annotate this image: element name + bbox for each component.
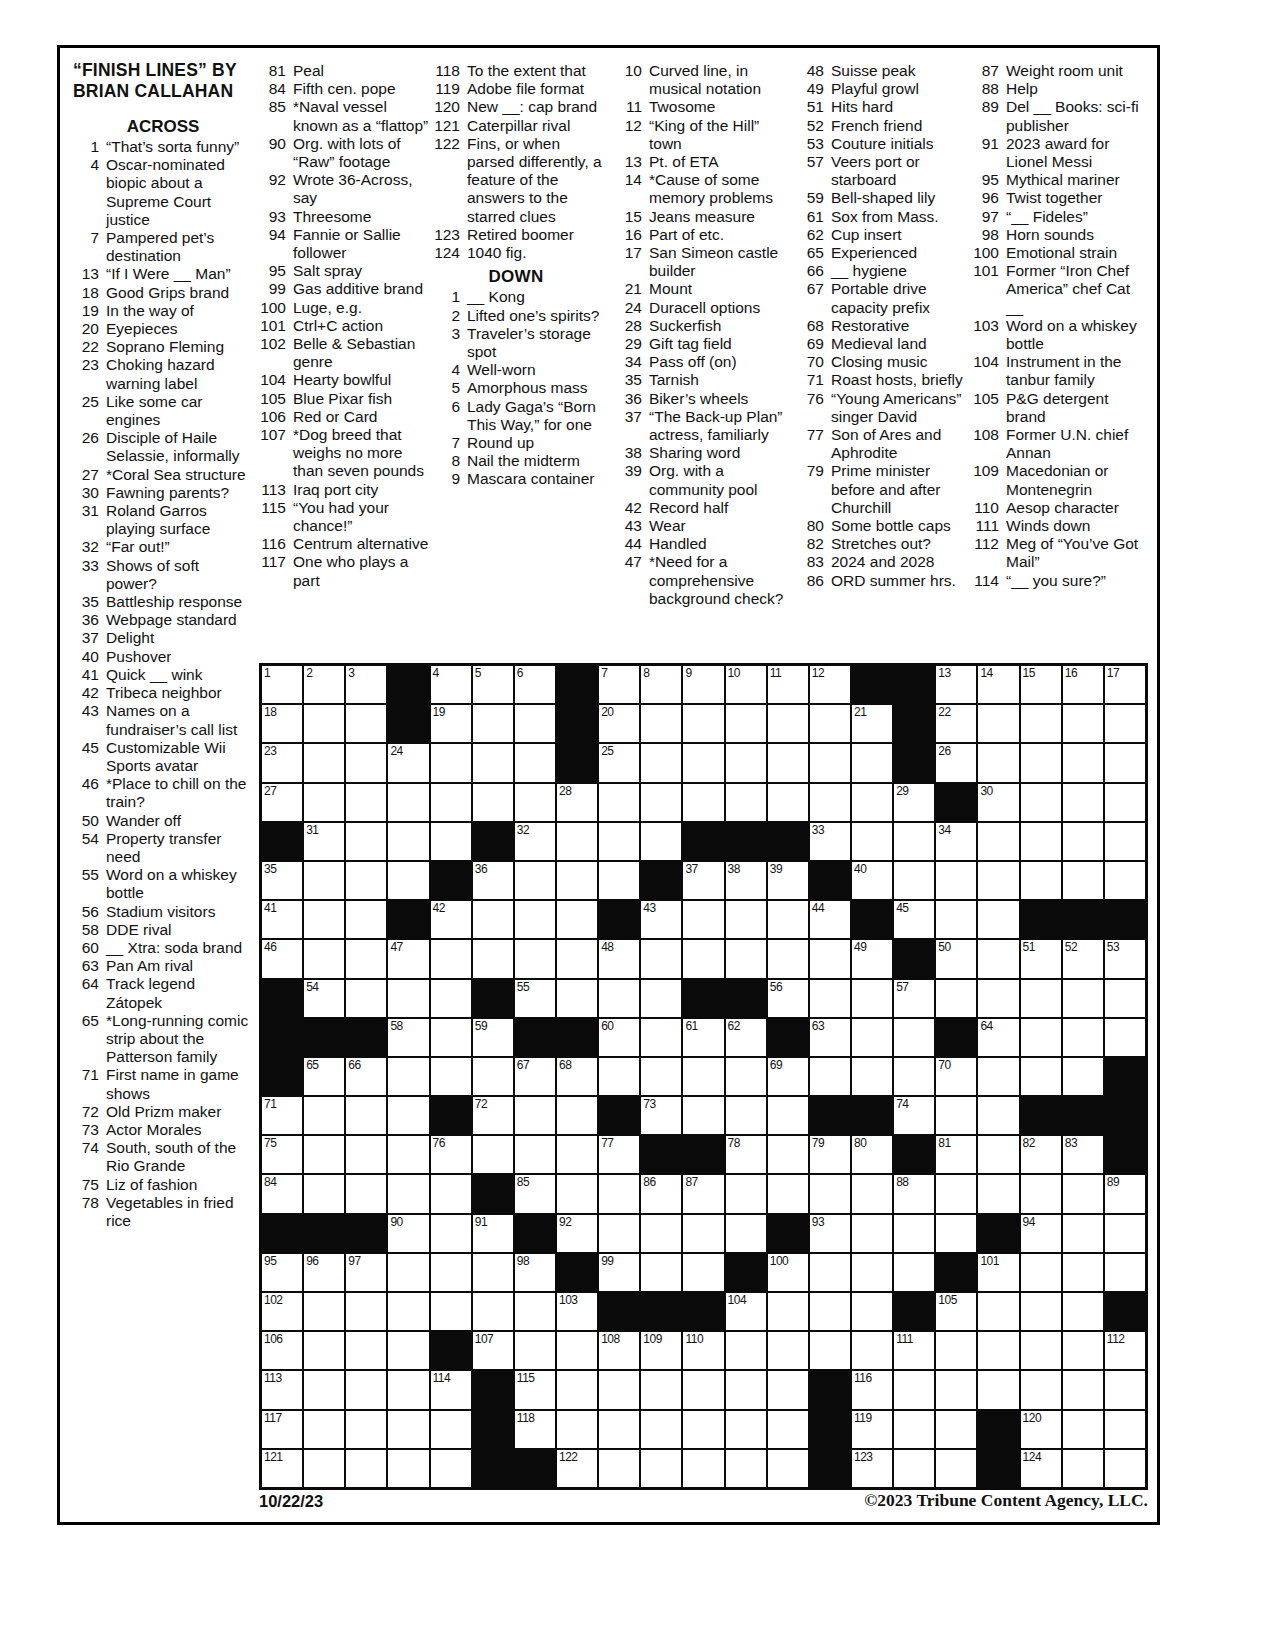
cell-r12c17[interactable] <box>936 1097 976 1134</box>
cell-r12c3[interactable] <box>346 1097 386 1134</box>
cell-r20c21[interactable] <box>1105 1411 1145 1448</box>
cell-r3c10[interactable] <box>641 744 681 781</box>
cell-r2c10[interactable] <box>641 705 681 742</box>
cell-r4c6[interactable] <box>473 784 513 821</box>
cell-r18c10[interactable]: 109 <box>641 1332 681 1369</box>
cell-r1c9[interactable]: 7 <box>599 666 639 703</box>
cell-r16c6[interactable] <box>473 1254 513 1291</box>
cell-r1c10[interactable]: 8 <box>641 666 681 703</box>
cell-r15c14[interactable]: 93 <box>810 1215 850 1252</box>
cell-r1c19[interactable]: 15 <box>1021 666 1061 703</box>
cell-r14c15[interactable] <box>852 1175 892 1212</box>
cell-r20c3[interactable] <box>346 1411 386 1448</box>
cell-r3c20[interactable] <box>1063 744 1103 781</box>
cell-r4c19[interactable] <box>1021 784 1061 821</box>
cell-r7c17[interactable] <box>936 901 976 938</box>
cell-r2c14[interactable] <box>810 705 850 742</box>
cell-r13c17[interactable]: 81 <box>936 1136 976 1173</box>
cell-r21c3[interactable] <box>346 1450 386 1487</box>
cell-r8c6[interactable] <box>473 940 513 977</box>
cell-r18c12[interactable] <box>726 1332 766 1369</box>
cell-r17c3[interactable] <box>346 1293 386 1330</box>
cell-r13c9[interactable]: 77 <box>599 1136 639 1173</box>
cell-r6c17[interactable] <box>936 862 976 899</box>
cell-r19c5[interactable]: 114 <box>431 1371 471 1408</box>
cell-r21c16[interactable] <box>894 1450 934 1487</box>
cell-r14c21[interactable]: 89 <box>1105 1175 1145 1212</box>
cell-r13c4[interactable] <box>388 1136 428 1173</box>
cell-r11c4[interactable] <box>388 1058 428 1095</box>
cell-r20c2[interactable] <box>304 1411 344 1448</box>
cell-r3c7[interactable] <box>515 744 555 781</box>
cell-r16c4[interactable] <box>388 1254 428 1291</box>
cell-r11c14[interactable] <box>810 1058 850 1095</box>
cell-r19c20[interactable] <box>1063 1371 1103 1408</box>
cell-r8c21[interactable]: 53 <box>1105 940 1145 977</box>
cell-r8c18[interactable] <box>978 940 1018 977</box>
cell-r18c14[interactable] <box>810 1332 850 1369</box>
cell-r14c17[interactable] <box>936 1175 976 1212</box>
cell-r14c12[interactable] <box>726 1175 766 1212</box>
cell-r16c5[interactable] <box>431 1254 471 1291</box>
cell-r16c9[interactable]: 99 <box>599 1254 639 1291</box>
cell-r10c21[interactable] <box>1105 1019 1145 1056</box>
cell-r20c11[interactable] <box>683 1411 723 1448</box>
cell-r18c21[interactable]: 112 <box>1105 1332 1145 1369</box>
cell-r20c16[interactable] <box>894 1411 934 1448</box>
cell-r11c13[interactable]: 69 <box>768 1058 808 1095</box>
cell-r8c2[interactable] <box>304 940 344 977</box>
cell-r8c4[interactable]: 47 <box>388 940 428 977</box>
cell-r11c8[interactable]: 68 <box>557 1058 597 1095</box>
cell-r5c15[interactable] <box>852 823 892 860</box>
cell-r2c17[interactable]: 22 <box>936 705 976 742</box>
cell-r15c21[interactable] <box>1105 1215 1145 1252</box>
cell-r15c5[interactable] <box>431 1215 471 1252</box>
cell-r9c3[interactable] <box>346 980 386 1017</box>
cell-r13c20[interactable]: 83 <box>1063 1136 1103 1173</box>
cell-r20c17[interactable] <box>936 1411 976 1448</box>
cell-r6c16[interactable] <box>894 862 934 899</box>
cell-r18c6[interactable]: 107 <box>473 1332 513 1369</box>
cell-r9c2[interactable]: 54 <box>304 980 344 1017</box>
cell-r15c20[interactable] <box>1063 1215 1103 1252</box>
cell-r16c10[interactable] <box>641 1254 681 1291</box>
cell-r7c7[interactable] <box>515 901 555 938</box>
cell-r19c15[interactable]: 116 <box>852 1371 892 1408</box>
cell-r11c15[interactable] <box>852 1058 892 1095</box>
cell-r9c18[interactable] <box>978 980 1018 1017</box>
cell-r18c17[interactable] <box>936 1332 976 1369</box>
cell-r20c7[interactable]: 118 <box>515 1411 555 1448</box>
cell-r5c20[interactable] <box>1063 823 1103 860</box>
cell-r4c8[interactable]: 28 <box>557 784 597 821</box>
cell-r13c6[interactable] <box>473 1136 513 1173</box>
cell-r2c13[interactable] <box>768 705 808 742</box>
cell-r1c11[interactable]: 9 <box>683 666 723 703</box>
cell-r5c19[interactable] <box>1021 823 1061 860</box>
crossword-grid[interactable]: 1234567891011121314151617181920212223242… <box>259 663 1148 1490</box>
cell-r18c2[interactable] <box>304 1332 344 1369</box>
cell-r3c19[interactable] <box>1021 744 1061 781</box>
cell-r14c3[interactable] <box>346 1175 386 1212</box>
cell-r4c4[interactable] <box>388 784 428 821</box>
cell-r9c5[interactable] <box>431 980 471 1017</box>
cell-r10c20[interactable] <box>1063 1019 1103 1056</box>
cell-r12c1[interactable]: 71 <box>262 1097 302 1134</box>
cell-r17c14[interactable] <box>810 1293 850 1330</box>
cell-r4c7[interactable] <box>515 784 555 821</box>
cell-r18c18[interactable] <box>978 1332 1018 1369</box>
cell-r16c18[interactable]: 101 <box>978 1254 1018 1291</box>
cell-r5c21[interactable] <box>1105 823 1145 860</box>
cell-r16c15[interactable] <box>852 1254 892 1291</box>
cell-r1c1[interactable]: 1 <box>262 666 302 703</box>
cell-r14c2[interactable] <box>304 1175 344 1212</box>
cell-r17c19[interactable] <box>1021 1293 1061 1330</box>
cell-r16c16[interactable] <box>894 1254 934 1291</box>
cell-r12c18[interactable] <box>978 1097 1018 1134</box>
cell-r13c15[interactable]: 80 <box>852 1136 892 1173</box>
cell-r20c9[interactable] <box>599 1411 639 1448</box>
cell-r12c16[interactable]: 74 <box>894 1097 934 1134</box>
cell-r7c1[interactable]: 41 <box>262 901 302 938</box>
cell-r7c11[interactable] <box>683 901 723 938</box>
cell-r11c19[interactable] <box>1021 1058 1061 1095</box>
cell-r5c17[interactable]: 34 <box>936 823 976 860</box>
cell-r14c4[interactable] <box>388 1175 428 1212</box>
cell-r7c16[interactable]: 45 <box>894 901 934 938</box>
cell-r3c12[interactable] <box>726 744 766 781</box>
cell-r20c19[interactable]: 120 <box>1021 1411 1061 1448</box>
cell-r11c20[interactable] <box>1063 1058 1103 1095</box>
cell-r19c7[interactable]: 115 <box>515 1371 555 1408</box>
cell-r7c12[interactable] <box>726 901 766 938</box>
cell-r6c3[interactable] <box>346 862 386 899</box>
cell-r2c11[interactable] <box>683 705 723 742</box>
cell-r6c12[interactable]: 38 <box>726 862 766 899</box>
cell-r13c3[interactable] <box>346 1136 386 1173</box>
cell-r17c8[interactable]: 103 <box>557 1293 597 1330</box>
cell-r9c19[interactable] <box>1021 980 1061 1017</box>
cell-r17c20[interactable] <box>1063 1293 1103 1330</box>
cell-r18c4[interactable] <box>388 1332 428 1369</box>
cell-r1c6[interactable]: 5 <box>473 666 513 703</box>
cell-r4c9[interactable] <box>599 784 639 821</box>
cell-r18c3[interactable] <box>346 1332 386 1369</box>
cell-r9c14[interactable] <box>810 980 850 1017</box>
cell-r10c18[interactable]: 64 <box>978 1019 1018 1056</box>
cell-r13c5[interactable]: 76 <box>431 1136 471 1173</box>
cell-r16c1[interactable]: 95 <box>262 1254 302 1291</box>
cell-r11c9[interactable] <box>599 1058 639 1095</box>
cell-r9c10[interactable] <box>641 980 681 1017</box>
cell-r2c15[interactable]: 21 <box>852 705 892 742</box>
cell-r21c4[interactable] <box>388 1450 428 1487</box>
cell-r17c4[interactable] <box>388 1293 428 1330</box>
cell-r18c19[interactable] <box>1021 1332 1061 1369</box>
cell-r4c11[interactable] <box>683 784 723 821</box>
cell-r13c1[interactable]: 75 <box>262 1136 302 1173</box>
cell-r7c14[interactable]: 44 <box>810 901 850 938</box>
cell-r20c20[interactable] <box>1063 1411 1103 1448</box>
cell-r9c21[interactable] <box>1105 980 1145 1017</box>
cell-r17c15[interactable] <box>852 1293 892 1330</box>
cell-r19c21[interactable] <box>1105 1371 1145 1408</box>
cell-r4c20[interactable] <box>1063 784 1103 821</box>
cell-r17c7[interactable] <box>515 1293 555 1330</box>
cell-r21c11[interactable] <box>683 1450 723 1487</box>
cell-r11c18[interactable] <box>978 1058 1018 1095</box>
cell-r5c16[interactable] <box>894 823 934 860</box>
cell-r8c20[interactable]: 52 <box>1063 940 1103 977</box>
cell-r8c9[interactable]: 48 <box>599 940 639 977</box>
cell-r19c17[interactable] <box>936 1371 976 1408</box>
cell-r4c21[interactable] <box>1105 784 1145 821</box>
cell-r21c12[interactable] <box>726 1450 766 1487</box>
cell-r8c1[interactable]: 46 <box>262 940 302 977</box>
cell-r7c6[interactable] <box>473 901 513 938</box>
cell-r8c11[interactable] <box>683 940 723 977</box>
cell-r19c10[interactable] <box>641 1371 681 1408</box>
cell-r10c11[interactable]: 61 <box>683 1019 723 1056</box>
cell-r15c9[interactable] <box>599 1215 639 1252</box>
cell-r12c6[interactable]: 72 <box>473 1097 513 1134</box>
cell-r8c17[interactable]: 50 <box>936 940 976 977</box>
cell-r9c15[interactable] <box>852 980 892 1017</box>
cell-r6c8[interactable] <box>557 862 597 899</box>
cell-r13c19[interactable]: 82 <box>1021 1136 1061 1173</box>
cell-r12c12[interactable] <box>726 1097 766 1134</box>
cell-r11c17[interactable]: 70 <box>936 1058 976 1095</box>
cell-r3c5[interactable] <box>431 744 471 781</box>
cell-r8c12[interactable] <box>726 940 766 977</box>
cell-r6c7[interactable] <box>515 862 555 899</box>
cell-r15c16[interactable] <box>894 1215 934 1252</box>
cell-r10c15[interactable] <box>852 1019 892 1056</box>
cell-r3c18[interactable] <box>978 744 1018 781</box>
cell-r20c15[interactable]: 119 <box>852 1411 892 1448</box>
cell-r6c20[interactable] <box>1063 862 1103 899</box>
cell-r17c1[interactable]: 102 <box>262 1293 302 1330</box>
cell-r19c9[interactable] <box>599 1371 639 1408</box>
cell-r2c3[interactable] <box>346 705 386 742</box>
cell-r19c3[interactable] <box>346 1371 386 1408</box>
cell-r6c11[interactable]: 37 <box>683 862 723 899</box>
cell-r5c3[interactable] <box>346 823 386 860</box>
cell-r12c13[interactable] <box>768 1097 808 1134</box>
cell-r18c16[interactable]: 111 <box>894 1332 934 1369</box>
cell-r2c9[interactable]: 20 <box>599 705 639 742</box>
cell-r14c16[interactable]: 88 <box>894 1175 934 1212</box>
cell-r8c3[interactable] <box>346 940 386 977</box>
cell-r2c12[interactable] <box>726 705 766 742</box>
cell-r4c13[interactable] <box>768 784 808 821</box>
cell-r4c14[interactable] <box>810 784 850 821</box>
cell-r11c11[interactable] <box>683 1058 723 1095</box>
cell-r5c4[interactable] <box>388 823 428 860</box>
cell-r12c4[interactable] <box>388 1097 428 1134</box>
cell-r4c16[interactable]: 29 <box>894 784 934 821</box>
cell-r15c4[interactable]: 90 <box>388 1215 428 1252</box>
cell-r7c2[interactable] <box>304 901 344 938</box>
cell-r15c17[interactable] <box>936 1215 976 1252</box>
cell-r2c21[interactable] <box>1105 705 1145 742</box>
cell-r21c21[interactable] <box>1105 1450 1145 1487</box>
cell-r11c16[interactable] <box>894 1058 934 1095</box>
cell-r9c16[interactable]: 57 <box>894 980 934 1017</box>
cell-r13c2[interactable] <box>304 1136 344 1173</box>
cell-r10c6[interactable]: 59 <box>473 1019 513 1056</box>
cell-r6c19[interactable] <box>1021 862 1061 899</box>
cell-r19c2[interactable] <box>304 1371 344 1408</box>
cell-r4c2[interactable] <box>304 784 344 821</box>
cell-r10c4[interactable]: 58 <box>388 1019 428 1056</box>
cell-r5c10[interactable] <box>641 823 681 860</box>
cell-r9c8[interactable] <box>557 980 597 1017</box>
cell-r8c7[interactable] <box>515 940 555 977</box>
cell-r13c18[interactable] <box>978 1136 1018 1173</box>
cell-r14c9[interactable] <box>599 1175 639 1212</box>
cell-r1c12[interactable]: 10 <box>726 666 766 703</box>
cell-r17c12[interactable]: 104 <box>726 1293 766 1330</box>
cell-r18c1[interactable]: 106 <box>262 1332 302 1369</box>
cell-r3c14[interactable] <box>810 744 850 781</box>
cell-r21c15[interactable]: 123 <box>852 1450 892 1487</box>
cell-r6c15[interactable]: 40 <box>852 862 892 899</box>
cell-r3c3[interactable] <box>346 744 386 781</box>
cell-r18c9[interactable]: 108 <box>599 1332 639 1369</box>
cell-r2c7[interactable] <box>515 705 555 742</box>
cell-r14c8[interactable] <box>557 1175 597 1212</box>
cell-r14c1[interactable]: 84 <box>262 1175 302 1212</box>
cell-r6c2[interactable] <box>304 862 344 899</box>
cell-r4c18[interactable]: 30 <box>978 784 1018 821</box>
cell-r7c8[interactable] <box>557 901 597 938</box>
cell-r6c1[interactable]: 35 <box>262 862 302 899</box>
cell-r3c21[interactable] <box>1105 744 1145 781</box>
cell-r8c14[interactable] <box>810 940 850 977</box>
cell-r16c3[interactable]: 97 <box>346 1254 386 1291</box>
cell-r21c20[interactable] <box>1063 1450 1103 1487</box>
cell-r20c12[interactable] <box>726 1411 766 1448</box>
cell-r21c2[interactable] <box>304 1450 344 1487</box>
cell-r3c15[interactable] <box>852 744 892 781</box>
cell-r4c10[interactable] <box>641 784 681 821</box>
cell-r3c2[interactable] <box>304 744 344 781</box>
cell-r7c13[interactable] <box>768 901 808 938</box>
cell-r16c20[interactable] <box>1063 1254 1103 1291</box>
cell-r1c20[interactable]: 16 <box>1063 666 1103 703</box>
cell-r19c19[interactable] <box>1021 1371 1061 1408</box>
cell-r11c3[interactable]: 66 <box>346 1058 386 1095</box>
cell-r3c11[interactable] <box>683 744 723 781</box>
cell-r9c7[interactable]: 55 <box>515 980 555 1017</box>
cell-r15c8[interactable]: 92 <box>557 1215 597 1252</box>
cell-r13c14[interactable]: 79 <box>810 1136 850 1173</box>
cell-r2c1[interactable]: 18 <box>262 705 302 742</box>
cell-r15c10[interactable] <box>641 1215 681 1252</box>
cell-r5c8[interactable] <box>557 823 597 860</box>
cell-r7c5[interactable]: 42 <box>431 901 471 938</box>
cell-r9c9[interactable] <box>599 980 639 1017</box>
cell-r21c1[interactable]: 121 <box>262 1450 302 1487</box>
cell-r15c6[interactable]: 91 <box>473 1215 513 1252</box>
cell-r6c13[interactable]: 39 <box>768 862 808 899</box>
cell-r21c10[interactable] <box>641 1450 681 1487</box>
cell-r5c14[interactable]: 33 <box>810 823 850 860</box>
cell-r14c19[interactable] <box>1021 1175 1061 1212</box>
cell-r21c13[interactable] <box>768 1450 808 1487</box>
cell-r4c15[interactable] <box>852 784 892 821</box>
cell-r19c12[interactable] <box>726 1371 766 1408</box>
cell-r1c13[interactable]: 11 <box>768 666 808 703</box>
cell-r6c21[interactable] <box>1105 862 1145 899</box>
cell-r19c4[interactable] <box>388 1371 428 1408</box>
cell-r9c13[interactable]: 56 <box>768 980 808 1017</box>
cell-r16c19[interactable] <box>1021 1254 1061 1291</box>
cell-r5c5[interactable] <box>431 823 471 860</box>
cell-r10c9[interactable]: 60 <box>599 1019 639 1056</box>
cell-r11c5[interactable] <box>431 1058 471 1095</box>
cell-r17c2[interactable] <box>304 1293 344 1330</box>
cell-r12c7[interactable] <box>515 1097 555 1134</box>
cell-r8c5[interactable] <box>431 940 471 977</box>
cell-r3c6[interactable] <box>473 744 513 781</box>
cell-r14c14[interactable] <box>810 1175 850 1212</box>
cell-r2c19[interactable] <box>1021 705 1061 742</box>
cell-r16c7[interactable]: 98 <box>515 1254 555 1291</box>
cell-r10c14[interactable]: 63 <box>810 1019 850 1056</box>
cell-r6c6[interactable]: 36 <box>473 862 513 899</box>
cell-r18c13[interactable] <box>768 1332 808 1369</box>
cell-r11c10[interactable] <box>641 1058 681 1095</box>
cell-r1c14[interactable]: 12 <box>810 666 850 703</box>
cell-r8c19[interactable]: 51 <box>1021 940 1061 977</box>
cell-r1c17[interactable]: 13 <box>936 666 976 703</box>
cell-r8c15[interactable]: 49 <box>852 940 892 977</box>
cell-r10c5[interactable] <box>431 1019 471 1056</box>
cell-r2c2[interactable] <box>304 705 344 742</box>
cell-r19c16[interactable] <box>894 1371 934 1408</box>
cell-r1c7[interactable]: 6 <box>515 666 555 703</box>
cell-r21c19[interactable]: 124 <box>1021 1450 1061 1487</box>
cell-r16c13[interactable]: 100 <box>768 1254 808 1291</box>
cell-r8c10[interactable] <box>641 940 681 977</box>
cell-r2c18[interactable] <box>978 705 1018 742</box>
cell-r4c12[interactable] <box>726 784 766 821</box>
cell-r18c20[interactable] <box>1063 1332 1103 1369</box>
cell-r15c11[interactable] <box>683 1215 723 1252</box>
cell-r21c9[interactable] <box>599 1450 639 1487</box>
cell-r4c5[interactable] <box>431 784 471 821</box>
cell-r15c19[interactable]: 94 <box>1021 1215 1061 1252</box>
cell-r10c16[interactable] <box>894 1019 934 1056</box>
cell-r14c7[interactable]: 85 <box>515 1175 555 1212</box>
cell-r14c10[interactable]: 86 <box>641 1175 681 1212</box>
cell-r2c20[interactable] <box>1063 705 1103 742</box>
cell-r21c5[interactable] <box>431 1450 471 1487</box>
cell-r21c8[interactable]: 122 <box>557 1450 597 1487</box>
cell-r1c18[interactable]: 14 <box>978 666 1018 703</box>
cell-r6c18[interactable] <box>978 862 1018 899</box>
cell-r5c7[interactable]: 32 <box>515 823 555 860</box>
cell-r1c5[interactable]: 4 <box>431 666 471 703</box>
cell-r9c4[interactable] <box>388 980 428 1017</box>
cell-r10c12[interactable]: 62 <box>726 1019 766 1056</box>
cell-r17c6[interactable] <box>473 1293 513 1330</box>
cell-r19c1[interactable]: 113 <box>262 1371 302 1408</box>
